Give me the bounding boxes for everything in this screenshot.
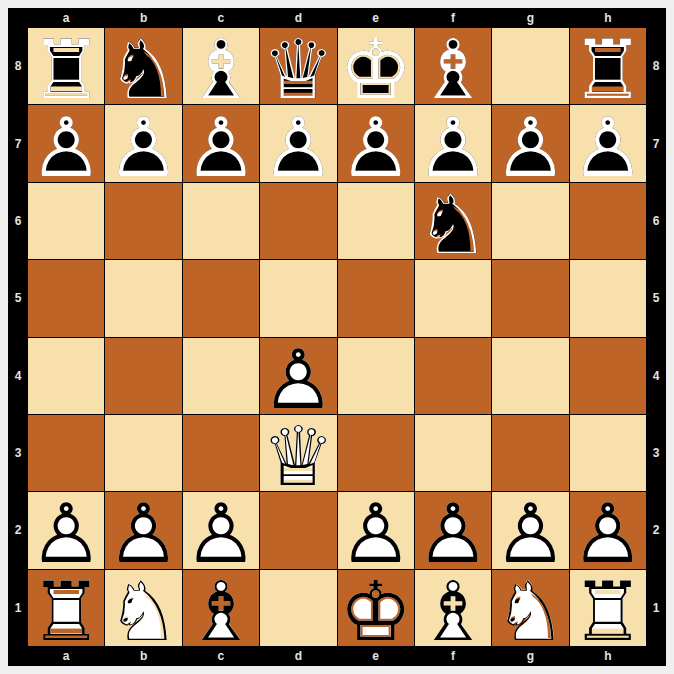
piece-outline-glyph: ♙ — [28, 496, 104, 572]
square-b4[interactable] — [105, 338, 181, 414]
file-label-g: g — [492, 8, 568, 28]
square-a4[interactable] — [28, 338, 104, 414]
piece-fill-glyph: ♟ — [415, 496, 491, 572]
piece-outline-glyph: ♗ — [183, 574, 259, 650]
rank-label-6: 6 — [646, 183, 666, 259]
piece-fill-glyph: ♜ — [28, 574, 104, 650]
square-c3[interactable] — [183, 415, 259, 491]
piece-outline-glyph: ♘ — [105, 574, 181, 650]
square-g1[interactable]: ♞♘ — [492, 570, 568, 646]
square-g5[interactable] — [492, 260, 568, 336]
piece-outline-glyph: ♖ — [28, 574, 104, 650]
piece-outline-glyph: ♙ — [492, 496, 568, 572]
piece-outline-glyph: ♗ — [183, 32, 259, 108]
piece-fill-glyph: ♟ — [570, 109, 646, 185]
file-label-f: f — [415, 8, 491, 28]
piece-white-rook[interactable]: ♜♖ — [570, 570, 646, 646]
square-f3[interactable] — [415, 415, 491, 491]
rank-label-4: 4 — [8, 338, 28, 414]
piece-fill-glyph: ♚ — [338, 32, 414, 108]
piece-fill-glyph: ♚ — [338, 574, 414, 650]
square-d2[interactable] — [260, 492, 336, 568]
piece-white-pawn[interactable]: ♟♙ — [183, 492, 259, 568]
piece-white-pawn[interactable]: ♟♙ — [338, 492, 414, 568]
piece-outline-glyph: ♙ — [570, 109, 646, 185]
piece-black-rook[interactable]: ♜♖ — [570, 28, 646, 104]
piece-outline-glyph: ♖ — [570, 574, 646, 650]
file-labels-top: abcdefgh — [28, 8, 646, 28]
piece-outline-glyph: ♙ — [105, 496, 181, 572]
square-g7[interactable]: ♟♙ — [492, 105, 568, 181]
piece-white-knight[interactable]: ♞♘ — [492, 570, 568, 646]
piece-outline-glyph: ♘ — [492, 574, 568, 650]
square-c2[interactable]: ♟♙ — [183, 492, 259, 568]
piece-white-pawn[interactable]: ♟♙ — [105, 492, 181, 568]
square-g8[interactable] — [492, 28, 568, 104]
square-c5[interactable] — [183, 260, 259, 336]
piece-black-rook[interactable]: ♜♖ — [28, 28, 104, 104]
rank-label-7: 7 — [8, 105, 28, 181]
piece-fill-glyph: ♝ — [415, 32, 491, 108]
square-h5[interactable] — [570, 260, 646, 336]
square-a7[interactable]: ♟♙ — [28, 105, 104, 181]
piece-black-pawn[interactable]: ♟♙ — [492, 105, 568, 181]
square-c7[interactable]: ♟♙ — [183, 105, 259, 181]
square-a2[interactable]: ♟♙ — [28, 492, 104, 568]
piece-fill-glyph: ♜ — [28, 32, 104, 108]
square-f2[interactable]: ♟♙ — [415, 492, 491, 568]
piece-fill-glyph: ♛ — [260, 32, 336, 108]
file-label-e: e — [338, 646, 414, 666]
square-e7[interactable]: ♟♙ — [338, 105, 414, 181]
piece-black-queen[interactable]: ♛♕ — [260, 28, 336, 104]
square-g4[interactable] — [492, 338, 568, 414]
square-g3[interactable] — [492, 415, 568, 491]
piece-outline-glyph: ♙ — [415, 109, 491, 185]
rank-label-1: 1 — [646, 570, 666, 646]
piece-black-pawn[interactable]: ♟♙ — [105, 105, 181, 181]
piece-black-knight[interactable]: ♞♘ — [415, 183, 491, 259]
square-c4[interactable] — [183, 338, 259, 414]
piece-black-pawn[interactable]: ♟♙ — [338, 105, 414, 181]
piece-fill-glyph: ♟ — [492, 109, 568, 185]
piece-black-pawn[interactable]: ♟♙ — [260, 105, 336, 181]
piece-fill-glyph: ♟ — [338, 496, 414, 572]
square-f8[interactable]: ♝♗ — [415, 28, 491, 104]
piece-white-pawn[interactable]: ♟♙ — [570, 492, 646, 568]
square-b7[interactable]: ♟♙ — [105, 105, 181, 181]
piece-outline-glyph: ♙ — [260, 342, 336, 418]
piece-outline-glyph: ♖ — [28, 32, 104, 108]
square-f4[interactable] — [415, 338, 491, 414]
square-a5[interactable] — [28, 260, 104, 336]
file-label-d: d — [260, 8, 336, 28]
square-h7[interactable]: ♟♙ — [570, 105, 646, 181]
piece-fill-glyph: ♟ — [28, 496, 104, 572]
piece-outline-glyph: ♙ — [338, 109, 414, 185]
rank-label-3: 3 — [8, 415, 28, 491]
square-g2[interactable]: ♟♙ — [492, 492, 568, 568]
square-d8[interactable]: ♛♕ — [260, 28, 336, 104]
piece-outline-glyph: ♔ — [338, 32, 414, 108]
piece-outline-glyph: ♙ — [492, 109, 568, 185]
square-b6[interactable] — [105, 183, 181, 259]
rank-label-8: 8 — [646, 28, 666, 104]
rank-label-6: 6 — [8, 183, 28, 259]
square-a1[interactable]: ♜♖ — [28, 570, 104, 646]
square-h1[interactable]: ♜♖ — [570, 570, 646, 646]
file-label-c: c — [183, 8, 259, 28]
piece-white-queen[interactable]: ♛♕ — [260, 415, 336, 491]
piece-fill-glyph: ♟ — [105, 109, 181, 185]
square-b2[interactable]: ♟♙ — [105, 492, 181, 568]
piece-fill-glyph: ♟ — [183, 496, 259, 572]
square-f5[interactable] — [415, 260, 491, 336]
piece-outline-glyph: ♕ — [260, 32, 336, 108]
square-c8[interactable]: ♝♗ — [183, 28, 259, 104]
square-d7[interactable]: ♟♙ — [260, 105, 336, 181]
piece-fill-glyph: ♟ — [105, 496, 181, 572]
piece-outline-glyph: ♙ — [338, 496, 414, 572]
square-e5[interactable] — [338, 260, 414, 336]
piece-white-pawn[interactable]: ♟♙ — [260, 338, 336, 414]
piece-white-knight[interactable]: ♞♘ — [105, 570, 181, 646]
piece-fill-glyph: ♜ — [570, 32, 646, 108]
piece-white-pawn[interactable]: ♟♙ — [492, 492, 568, 568]
piece-fill-glyph: ♞ — [415, 187, 491, 263]
file-label-d: d — [260, 646, 336, 666]
square-e1[interactable]: ♚♔ — [338, 570, 414, 646]
square-e3[interactable] — [338, 415, 414, 491]
piece-black-knight[interactable]: ♞♘ — [105, 28, 181, 104]
square-h6[interactable] — [570, 183, 646, 259]
piece-white-king[interactable]: ♚♔ — [338, 570, 414, 646]
piece-outline-glyph: ♙ — [260, 109, 336, 185]
square-h2[interactable]: ♟♙ — [570, 492, 646, 568]
piece-outline-glyph: ♙ — [570, 496, 646, 572]
piece-outline-glyph: ♔ — [338, 574, 414, 650]
file-label-b: b — [105, 8, 181, 28]
chess-board: ♜♖♞♘♝♗♛♕♚♔♝♗♜♖♟♙♟♙♟♙♟♙♟♙♟♙♟♙♟♙♞♘♟♙♛♕♟♙♟♙… — [28, 28, 646, 646]
piece-white-pawn[interactable]: ♟♙ — [28, 492, 104, 568]
piece-outline-glyph: ♙ — [105, 109, 181, 185]
square-d4[interactable]: ♟♙ — [260, 338, 336, 414]
rank-label-5: 5 — [646, 260, 666, 336]
rank-label-2: 2 — [646, 492, 666, 568]
piece-outline-glyph: ♗ — [415, 32, 491, 108]
square-d1[interactable] — [260, 570, 336, 646]
piece-fill-glyph: ♞ — [105, 32, 181, 108]
piece-fill-glyph: ♜ — [570, 574, 646, 650]
piece-white-bishop[interactable]: ♝♗ — [183, 570, 259, 646]
piece-black-pawn[interactable]: ♟♙ — [415, 105, 491, 181]
rank-labels-left: 87654321 — [8, 28, 28, 646]
square-f1[interactable]: ♝♗ — [415, 570, 491, 646]
file-label-a: a — [28, 8, 104, 28]
rank-label-3: 3 — [646, 415, 666, 491]
piece-fill-glyph: ♝ — [415, 574, 491, 650]
file-label-f: f — [415, 646, 491, 666]
piece-outline-glyph: ♙ — [28, 109, 104, 185]
square-c6[interactable] — [183, 183, 259, 259]
rank-label-8: 8 — [8, 28, 28, 104]
piece-fill-glyph: ♟ — [570, 496, 646, 572]
piece-fill-glyph: ♟ — [338, 109, 414, 185]
piece-white-bishop[interactable]: ♝♗ — [415, 570, 491, 646]
square-f7[interactable]: ♟♙ — [415, 105, 491, 181]
piece-outline-glyph: ♙ — [183, 109, 259, 185]
piece-fill-glyph: ♞ — [492, 574, 568, 650]
square-d5[interactable] — [260, 260, 336, 336]
rank-label-2: 2 — [8, 492, 28, 568]
piece-fill-glyph: ♛ — [260, 419, 336, 495]
file-label-h: h — [570, 646, 646, 666]
square-b5[interactable] — [105, 260, 181, 336]
piece-white-pawn[interactable]: ♟♙ — [415, 492, 491, 568]
piece-outline-glyph: ♘ — [105, 32, 181, 108]
square-b1[interactable]: ♞♘ — [105, 570, 181, 646]
piece-black-bishop[interactable]: ♝♗ — [183, 28, 259, 104]
file-label-a: a — [28, 646, 104, 666]
file-label-h: h — [570, 8, 646, 28]
piece-outline-glyph: ♗ — [415, 574, 491, 650]
piece-fill-glyph: ♟ — [183, 109, 259, 185]
square-c1[interactable]: ♝♗ — [183, 570, 259, 646]
piece-outline-glyph: ♘ — [415, 187, 491, 263]
rank-label-1: 1 — [8, 570, 28, 646]
square-a8[interactable]: ♜♖ — [28, 28, 104, 104]
piece-outline-glyph: ♖ — [570, 32, 646, 108]
square-h8[interactable]: ♜♖ — [570, 28, 646, 104]
piece-fill-glyph: ♟ — [28, 109, 104, 185]
piece-fill-glyph: ♟ — [260, 109, 336, 185]
square-g6[interactable] — [492, 183, 568, 259]
square-h4[interactable] — [570, 338, 646, 414]
square-b3[interactable] — [105, 415, 181, 491]
rank-label-5: 5 — [8, 260, 28, 336]
piece-outline-glyph: ♙ — [415, 496, 491, 572]
piece-fill-glyph: ♟ — [492, 496, 568, 572]
piece-black-pawn[interactable]: ♟♙ — [570, 105, 646, 181]
piece-outline-glyph: ♕ — [260, 419, 336, 495]
file-labels-bottom: abcdefgh — [28, 646, 646, 666]
square-e6[interactable] — [338, 183, 414, 259]
square-e2[interactable]: ♟♙ — [338, 492, 414, 568]
piece-fill-glyph: ♟ — [415, 109, 491, 185]
rank-labels-right: 87654321 — [646, 28, 666, 646]
piece-black-bishop[interactable]: ♝♗ — [415, 28, 491, 104]
square-f6[interactable]: ♞♘ — [415, 183, 491, 259]
rank-label-4: 4 — [646, 338, 666, 414]
file-label-c: c — [183, 646, 259, 666]
piece-black-pawn[interactable]: ♟♙ — [183, 105, 259, 181]
file-label-e: e — [338, 8, 414, 28]
square-a3[interactable] — [28, 415, 104, 491]
square-h3[interactable] — [570, 415, 646, 491]
piece-black-pawn[interactable]: ♟♙ — [28, 105, 104, 181]
square-a6[interactable] — [28, 183, 104, 259]
piece-fill-glyph: ♞ — [105, 574, 181, 650]
piece-fill-glyph: ♝ — [183, 32, 259, 108]
square-b8[interactable]: ♞♘ — [105, 28, 181, 104]
piece-outline-glyph: ♙ — [183, 496, 259, 572]
square-d6[interactable] — [260, 183, 336, 259]
file-label-b: b — [105, 646, 181, 666]
square-e8[interactable]: ♚♔ — [338, 28, 414, 104]
file-label-g: g — [492, 646, 568, 666]
piece-fill-glyph: ♝ — [183, 574, 259, 650]
rank-label-7: 7 — [646, 105, 666, 181]
square-e4[interactable] — [338, 338, 414, 414]
piece-white-rook[interactable]: ♜♖ — [28, 570, 104, 646]
square-d3[interactable]: ♛♕ — [260, 415, 336, 491]
chess-app: abcdefgh abcdefgh 87654321 87654321 ♜♖♞♘… — [0, 0, 674, 674]
piece-fill-glyph: ♟ — [260, 342, 336, 418]
piece-black-king[interactable]: ♚♔ — [338, 28, 414, 104]
board-frame: abcdefgh abcdefgh 87654321 87654321 ♜♖♞♘… — [8, 8, 666, 666]
